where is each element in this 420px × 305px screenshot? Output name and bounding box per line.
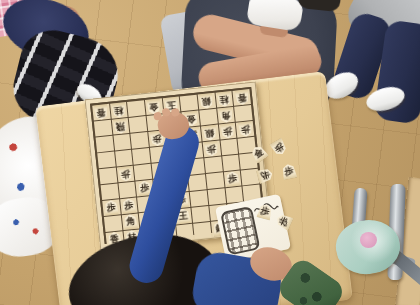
board-square[interactable] bbox=[132, 148, 150, 165]
shogi-piece[interactable]: 歩 bbox=[204, 141, 219, 157]
captured-piece[interactable]: 歩 bbox=[269, 138, 289, 158]
board-square[interactable] bbox=[113, 134, 131, 151]
board-square[interactable]: 香 bbox=[92, 104, 110, 121]
shogi-piece[interactable]: 歩 bbox=[118, 166, 133, 182]
shogi-piece[interactable]: 桂 bbox=[111, 102, 126, 118]
board-square[interactable] bbox=[225, 186, 243, 203]
captured-piece[interactable]: 歩 bbox=[274, 212, 294, 231]
shogi-piece[interactable]: 角 bbox=[123, 214, 138, 230]
board-square[interactable]: 桂 bbox=[215, 91, 233, 108]
board-square[interactable]: 銀 bbox=[201, 125, 219, 142]
shogi-piece[interactable]: 歩 bbox=[104, 200, 119, 216]
board-square[interactable] bbox=[180, 95, 198, 112]
shogi-piece[interactable]: 桂 bbox=[217, 91, 232, 107]
board-square[interactable]: 歩 bbox=[224, 171, 242, 188]
board-square[interactable]: 銀 bbox=[198, 93, 216, 110]
board-square[interactable]: 桂 bbox=[110, 102, 128, 119]
board-square[interactable] bbox=[118, 182, 136, 199]
board-square[interactable] bbox=[190, 190, 208, 207]
board-square[interactable]: 飛 bbox=[111, 118, 129, 135]
photo-scene: 香桂金玉銀桂香飛金角歩歩歩銀歩歩歩歩歩歩歩歩歩歩角王飛香桂銀金銀桂香 金歩歩歩 … bbox=[0, 0, 420, 305]
board-square[interactable]: 角 bbox=[121, 213, 139, 230]
board-square[interactable] bbox=[220, 139, 238, 156]
board-square[interactable] bbox=[222, 155, 240, 172]
shogi-piece[interactable]: 飛 bbox=[113, 118, 128, 134]
captured-piece[interactable]: 歩 bbox=[281, 163, 298, 181]
shogi-piece[interactable]: 銀 bbox=[199, 93, 214, 109]
board-square[interactable] bbox=[188, 174, 206, 191]
board-square[interactable]: 歩 bbox=[203, 141, 221, 158]
board-square[interactable] bbox=[96, 136, 114, 153]
shogi-piece[interactable]: 銀 bbox=[202, 125, 217, 141]
board-square[interactable]: 歩 bbox=[102, 199, 120, 216]
shogi-piece[interactable]: 角 bbox=[218, 107, 233, 123]
shogi-piece[interactable]: 歩 bbox=[225, 171, 240, 187]
board-square[interactable] bbox=[115, 150, 133, 167]
board-square[interactable] bbox=[131, 132, 149, 149]
board-square[interactable] bbox=[134, 164, 152, 181]
board-square[interactable] bbox=[101, 183, 119, 200]
board-square[interactable] bbox=[206, 172, 224, 189]
shogi-piece[interactable]: 歩 bbox=[237, 121, 252, 137]
finger bbox=[161, 108, 170, 117]
captured-piece[interactable]: 金 bbox=[249, 143, 269, 163]
board-square[interactable] bbox=[97, 152, 115, 169]
board-square[interactable]: 角 bbox=[217, 107, 235, 124]
board-square[interactable]: 歩 bbox=[219, 123, 237, 140]
board-square[interactable] bbox=[127, 100, 145, 117]
captured-piece[interactable]: 歩 bbox=[256, 167, 274, 184]
board-square[interactable] bbox=[192, 206, 210, 223]
board-square[interactable] bbox=[234, 105, 252, 122]
shogi-piece[interactable]: 歩 bbox=[220, 123, 235, 139]
finger bbox=[171, 108, 180, 117]
board-square[interactable] bbox=[94, 120, 112, 137]
board-square[interactable]: 香 bbox=[233, 89, 251, 106]
board-square[interactable] bbox=[204, 156, 222, 173]
board-square[interactable]: 歩 bbox=[116, 166, 134, 183]
pieces-on-card[interactable]: 歩歩 bbox=[258, 204, 298, 234]
shogi-piece[interactable]: 歩 bbox=[121, 198, 136, 214]
captured-pieces-tray[interactable]: 金歩歩歩 bbox=[246, 136, 304, 198]
board-square[interactable] bbox=[129, 116, 147, 133]
board-square[interactable] bbox=[99, 168, 117, 185]
shogi-piece[interactable]: 香 bbox=[234, 89, 249, 105]
shogi-piece[interactable]: 香 bbox=[94, 104, 109, 120]
finger bbox=[153, 111, 162, 120]
pink-item-in-bag bbox=[360, 232, 377, 248]
board-square[interactable] bbox=[199, 109, 217, 126]
board-square[interactable] bbox=[193, 222, 211, 239]
captured-piece[interactable]: 歩 bbox=[256, 202, 273, 220]
board-square[interactable]: 歩 bbox=[120, 198, 138, 215]
board-square[interactable] bbox=[208, 188, 226, 205]
board-square[interactable] bbox=[104, 215, 122, 232]
